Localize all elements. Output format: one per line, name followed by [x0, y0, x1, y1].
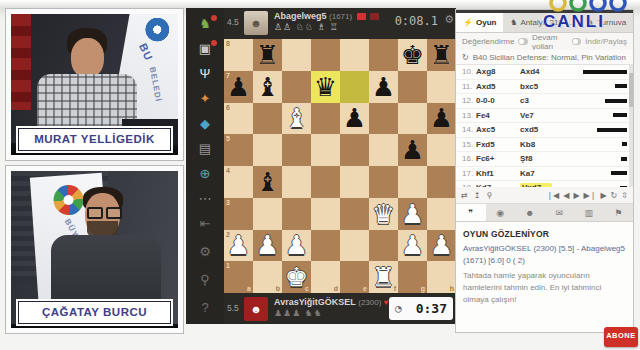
- messages-tab[interactable]: ✉: [545, 204, 575, 221]
- square-g6[interactable]: [398, 103, 427, 135]
- chess-app: ♞▣Ψ✦◆▤⊕⋯⇤⚙⚲? 4.5 ☻ Abagelweg5 (1671) ♙♙ …: [186, 8, 456, 324]
- rank-label: 3: [226, 199, 230, 206]
- rank-label: 2: [226, 231, 230, 238]
- knight-icon: ♞: [510, 18, 517, 27]
- square-a5[interactable]: 5: [224, 134, 253, 166]
- autoplay-icon[interactable]: ▶: [600, 191, 606, 200]
- tab-oyun[interactable]: ⚡Oyun: [456, 13, 503, 32]
- share-icon[interactable]: ↥: [474, 191, 481, 200]
- move-number: 15.: [462, 140, 476, 149]
- turkish-flag: [11, 14, 31, 110]
- square-h7[interactable]: [427, 71, 456, 103]
- move-list: 10.Axg8Axd411.Axd5bxc512.0-0-0c313.Fe4Ve…: [456, 65, 633, 187]
- move-number: 13.: [462, 111, 476, 120]
- nameplate-bottom: ÇAĞATAY BURCU: [18, 301, 171, 324]
- black-q-piece: ♛: [314, 74, 337, 100]
- square-f8[interactable]: [369, 39, 398, 71]
- eval-bar-fill: [613, 113, 627, 117]
- tv-icon[interactable]: ▣: [195, 39, 215, 59]
- nameplate-top: MURAT YELLİGEDİK: [18, 128, 171, 151]
- square-h5[interactable]: [427, 134, 456, 166]
- prev-move-icon[interactable]: ◀: [563, 191, 569, 200]
- square-h6[interactable]: ♟: [427, 103, 456, 135]
- move-row: 11.Axd5bxc5: [456, 80, 633, 95]
- download-share-link[interactable]: İndir/Paylaş: [585, 37, 627, 46]
- nav-left-icons: ⇄↥⚲: [461, 191, 492, 200]
- black-p-piece: ♟: [401, 137, 424, 163]
- eval-bar: [579, 171, 627, 175]
- square-h2[interactable]: ♟: [427, 230, 456, 262]
- file-label: h: [450, 285, 454, 292]
- players-tab[interactable]: ☻: [515, 204, 545, 221]
- square-e5[interactable]: [340, 134, 369, 166]
- search-icon[interactable]: ⚲: [195, 270, 215, 290]
- black-move[interactable]: Ve7: [520, 111, 564, 120]
- square-f1[interactable]: f♜: [369, 261, 398, 293]
- file-label: a: [247, 285, 251, 292]
- game-panel: ⚡Oyun♞Antalya 21Nİ...♞Turnuva Değerlendi…: [456, 10, 633, 332]
- file-label: d: [334, 285, 338, 292]
- square-h1[interactable]: h: [427, 261, 456, 293]
- square-b7[interactable]: ♝: [253, 71, 282, 103]
- toggle-row: Değerlendirme Devam yolları İndir/Paylaş: [456, 33, 633, 50]
- black-move[interactable]: Axd4: [520, 67, 564, 76]
- chess-board[interactable]: 8♜♚♜7♟♝♛♟6♝♟♟5♟4♝3♛♟2♟♟♟♟♟1abc♚def♜gh: [224, 39, 456, 293]
- flag-text-fragment: BU: [137, 41, 155, 62]
- opening-name[interactable]: B40 Sicilian Defense: Normal, Pin Variat…: [473, 53, 626, 62]
- flip-board-icon[interactable]: ⇄: [461, 191, 468, 200]
- black-r-piece: ♜: [256, 42, 279, 68]
- square-e8[interactable]: [340, 39, 369, 71]
- rank-label: 7: [226, 72, 230, 79]
- black-p-piece: ♟: [372, 74, 395, 100]
- lightning-icon: ⚡: [463, 18, 473, 27]
- continuations-toggle-label: Devam yolları: [532, 33, 568, 51]
- black-p-piece: ♟: [430, 105, 453, 131]
- rank-label: 5: [226, 135, 230, 142]
- black-b-piece: ♝: [256, 74, 279, 100]
- continuations-toggle[interactable]: [572, 38, 582, 45]
- white-move[interactable]: Fe4: [476, 111, 520, 120]
- app-sidebar-rail: ♞▣Ψ✦◆▤⊕⋯⇤⚙⚲?: [186, 8, 224, 324]
- square-a3[interactable]: 3: [224, 198, 253, 230]
- square-d6[interactable]: [311, 103, 340, 135]
- opening-row: ↻ B40 Sicilian Defense: Normal, Pin Vari…: [456, 50, 633, 65]
- rank-label: 1: [226, 262, 230, 269]
- bottom-player-bar: 5.5 ☻ AvrasYiğitGÖKSEL (2300) ♥ ♟♟♟ ♞♞ ◔…: [224, 294, 456, 324]
- file-label: c: [305, 285, 309, 292]
- file-label: b: [276, 285, 280, 292]
- repeat-icon: ↻: [462, 53, 469, 62]
- notification-dot: [211, 40, 217, 46]
- rank-label: 4: [226, 167, 230, 174]
- first-move-icon[interactable]: ❘◀: [546, 191, 559, 200]
- square-c5[interactable]: [282, 134, 311, 166]
- move-number: 17.: [462, 169, 476, 178]
- observer-title: OYUN GÖZLENİYOR: [463, 228, 626, 241]
- black-move[interactable]: cxd5: [520, 125, 564, 134]
- square-g4[interactable]: [398, 166, 427, 198]
- live-badge: CANLI: [543, 12, 605, 32]
- observer-panel: OYUN GÖZLENİYOR AvrasYiğitGÖKSEL (2300) …: [456, 222, 633, 332]
- move-number: 18.: [462, 183, 476, 187]
- square-g7[interactable]: [398, 71, 427, 103]
- help-icon[interactable]: ?: [195, 298, 215, 318]
- square-d3[interactable]: [311, 198, 340, 230]
- move-row: 14.Axc5cxd5: [456, 123, 633, 138]
- white-b-piece: ♝: [285, 105, 308, 131]
- white-p-piece: ♟: [227, 232, 250, 258]
- presenter-face: [71, 38, 104, 78]
- square-g8[interactable]: ♚: [398, 39, 427, 71]
- rank-label: 6: [226, 104, 230, 111]
- square-e7[interactable]: [340, 71, 369, 103]
- square-b3[interactable]: [253, 198, 282, 230]
- title-badge: [357, 13, 366, 20]
- webcam-bottom: BÜYÜ BELEDİ ÇAĞATAY BURCU: [6, 166, 183, 333]
- square-e2[interactable]: [340, 230, 369, 262]
- eval-bar: [579, 70, 627, 74]
- square-f4[interactable]: [369, 166, 398, 198]
- clock-icon: ◔: [395, 302, 402, 315]
- observer-hint: Tahtada hamle yaparak oyuncuların hamlel…: [463, 270, 626, 306]
- square-a1[interactable]: 1a: [224, 261, 253, 293]
- square-d8[interactable]: [311, 39, 340, 71]
- bottom-player-info: AvrasYiğitGÖKSEL (2300) ♥ ♟♟♟ ♞♞: [274, 297, 402, 318]
- square-c4[interactable]: [282, 166, 311, 198]
- file-label: g: [421, 285, 425, 292]
- loop-icon[interactable]: ↻: [611, 191, 618, 200]
- evaluation-toggle[interactable]: [518, 38, 528, 45]
- square-f7[interactable]: ♟: [369, 71, 398, 103]
- learn-icon[interactable]: ◆: [195, 114, 215, 134]
- top-player-clock: 0:08.1: [395, 14, 438, 28]
- square-c3[interactable]: [282, 198, 311, 230]
- white-move[interactable]: Fc6+: [476, 154, 520, 163]
- bottom-player-score: 5.5: [227, 303, 239, 313]
- standings-tab[interactable]: ▥: [574, 204, 604, 221]
- black-b-piece: ♝: [256, 169, 279, 195]
- square-b4[interactable]: ♝: [253, 166, 282, 198]
- expand-icon[interactable]: ⇳: [621, 191, 628, 200]
- evaluation-toggle-label: Değerlendirme: [462, 37, 514, 46]
- eval-bar-fill: [621, 157, 627, 161]
- social-icon[interactable]: ⊕: [195, 164, 215, 184]
- square-b2[interactable]: ♟: [253, 230, 282, 262]
- black-k-piece: ♚: [401, 42, 424, 68]
- eval-bar: [579, 113, 627, 117]
- flag-text-fragment: BELEDİ: [148, 66, 163, 102]
- eval-bar: [579, 157, 627, 161]
- white-move[interactable]: Kd7: [476, 183, 520, 187]
- white-p-piece: ♟: [401, 232, 424, 258]
- white-move[interactable]: Axd5: [476, 82, 520, 91]
- more-icon[interactable]: ⋯: [195, 189, 215, 209]
- eval-bar-fill: [605, 99, 627, 103]
- chat-tab-strip: ❞◉☻✉▥⚑: [456, 204, 633, 222]
- square-d2[interactable]: [311, 230, 340, 262]
- white-q-piece: ♛: [372, 201, 395, 227]
- move-row: 15.Fxd5Kb8: [456, 138, 633, 153]
- square-d4[interactable]: [311, 166, 340, 198]
- eval-bar: [579, 186, 627, 187]
- move-row: 17.Khf1Ka7: [456, 167, 633, 182]
- top-player-name[interactable]: Abagelweg5 (1671): [274, 11, 379, 21]
- settings-gear-icon[interactable]: ⚙: [195, 242, 215, 262]
- top-player-info: Abagelweg5 (1671) ♙♙ ♘♘ ♗ ♖: [274, 11, 379, 32]
- move-number: 12.: [462, 96, 476, 105]
- square-g2[interactable]: ♟: [398, 230, 427, 262]
- square-c6[interactable]: ♝: [282, 103, 311, 135]
- move-number: 14.: [462, 125, 476, 134]
- black-move[interactable]: c3: [520, 96, 564, 105]
- municipality-logo: [143, 16, 171, 44]
- square-g3[interactable]: ♟: [398, 198, 427, 230]
- analysis-search-icon[interactable]: ⚲: [486, 191, 492, 200]
- white-move[interactable]: Khf1: [476, 169, 520, 178]
- spectate-tab[interactable]: ◉: [486, 204, 516, 221]
- file-label: e: [363, 285, 367, 292]
- square-f2[interactable]: [369, 230, 398, 262]
- square-h3[interactable]: [427, 198, 456, 230]
- top-player-bar: 4.5 ☻ Abagelweg5 (1671) ♙♙ ♘♘ ♗ ♖ 0:08.1…: [224, 8, 456, 38]
- events-trophy-icon[interactable]: Ψ: [195, 64, 215, 84]
- square-c2[interactable]: ♟: [282, 230, 311, 262]
- square-c7[interactable]: [282, 71, 311, 103]
- square-b6[interactable]: [253, 103, 282, 135]
- square-a4[interactable]: 4: [224, 166, 253, 198]
- eval-bar-fill: [583, 70, 627, 74]
- black-p-piece: ♟: [227, 74, 250, 100]
- square-e1[interactable]: e: [340, 261, 369, 293]
- move-row: 12.0-0-0c3: [456, 94, 633, 109]
- square-b8[interactable]: ♜: [253, 39, 282, 71]
- white-r-piece: ♜: [372, 264, 395, 290]
- white-p-piece: ♟: [285, 232, 308, 258]
- move-row: 16.Fc6+Şf8: [456, 152, 633, 167]
- bottom-player-name[interactable]: AvrasYiğitGÖKSEL (2300) ♥: [274, 297, 402, 307]
- bottom-player-avatar[interactable]: ☻: [244, 297, 268, 321]
- presenter-shirt: [51, 235, 161, 305]
- last-move-icon[interactable]: ▶❘: [584, 191, 597, 200]
- broadcast-frame: BU BELEDİ MURAT YELLİGEDİK BÜYÜ BELEDİ: [0, 0, 640, 350]
- square-g1[interactable]: g: [398, 261, 427, 293]
- white-move[interactable]: Axc5: [476, 125, 520, 134]
- flag-badge: [370, 13, 379, 20]
- play-icon[interactable]: ♞: [195, 14, 215, 34]
- bottom-player-clock: ◔ 0:37: [389, 297, 453, 320]
- chat-tab[interactable]: ❞: [456, 204, 486, 221]
- file-label: f: [394, 285, 396, 292]
- observer-matchup[interactable]: AvrasYiğitGÖKSEL (2300) [5.5] - Abagelwe…: [463, 243, 626, 267]
- square-a2[interactable]: 2♟: [224, 230, 253, 262]
- versus-icon[interactable]: ✦: [195, 89, 215, 109]
- eval-bar: [579, 99, 627, 103]
- white-move[interactable]: 0-0-0: [476, 96, 520, 105]
- white-p-piece: ♟: [430, 232, 453, 258]
- eval-bar: [579, 84, 627, 88]
- eval-bar-fill: [622, 142, 627, 146]
- white-move[interactable]: Axg8: [476, 67, 520, 76]
- white-p-piece: ♟: [401, 201, 424, 227]
- eval-bar: [579, 142, 627, 146]
- square-a6[interactable]: 6: [224, 103, 253, 135]
- black-move[interactable]: bxc5: [520, 82, 564, 91]
- info-tab[interactable]: ⚑: [604, 204, 634, 221]
- top-player-captured-pieces: ♙♙ ♘♘ ♗ ♖: [274, 22, 379, 32]
- board-area: 4.5 ☻ Abagelweg5 (1671) ♙♙ ♘♘ ♗ ♖ 0:08.1…: [224, 8, 456, 324]
- tab-label: Oyun: [476, 18, 496, 27]
- move-row: 10.Axg8Axd4: [456, 65, 633, 80]
- eval-bar-fill: [611, 171, 627, 175]
- move-number: 11.: [462, 82, 476, 91]
- square-d1[interactable]: d: [311, 261, 340, 293]
- square-h8[interactable]: ♜: [427, 39, 456, 71]
- collapse-icon[interactable]: ⇤: [195, 214, 215, 234]
- black-move[interactable]: Kb8: [520, 140, 564, 149]
- top-player-avatar[interactable]: ☻: [244, 11, 268, 35]
- move-list-scrollbar[interactable]: [629, 65, 633, 187]
- square-f6[interactable]: [369, 103, 398, 135]
- eval-bar-fill: [615, 84, 627, 88]
- eval-bar-fill: [620, 186, 627, 187]
- square-e3[interactable]: [340, 198, 369, 230]
- square-h4[interactable]: [427, 166, 456, 198]
- square-e6[interactable]: ♟: [340, 103, 369, 135]
- move-number: 10.: [462, 67, 476, 76]
- square-f3[interactable]: ♛: [369, 198, 398, 230]
- bottom-player-captured-pieces: ♟♟♟ ♞♞: [274, 308, 402, 318]
- square-c1[interactable]: c♚: [282, 261, 311, 293]
- webcam-top: BU BELEDİ MURAT YELLİGEDİK: [6, 9, 183, 160]
- eval-bar: [579, 128, 627, 132]
- black-move[interactable]: Şf8: [520, 154, 564, 163]
- square-a7[interactable]: 7♟: [224, 71, 253, 103]
- desk: [11, 324, 178, 328]
- white-p-piece: ♟: [256, 232, 279, 258]
- black-r-piece: ♜: [430, 42, 453, 68]
- eval-bar-fill: [597, 128, 627, 132]
- square-d5[interactable]: [311, 134, 340, 166]
- top-player-score: 4.5: [227, 17, 239, 27]
- square-a8[interactable]: 8: [224, 39, 253, 71]
- board-settings-gear-icon[interactable]: ⚙: [444, 13, 454, 26]
- square-e4[interactable]: [340, 166, 369, 198]
- notification-dot: [211, 15, 217, 21]
- square-f5[interactable]: [369, 134, 398, 166]
- square-c8[interactable]: [282, 39, 311, 71]
- heart-icon[interactable]: ♥: [384, 298, 389, 307]
- subscribe-badge[interactable]: ABONE: [604, 327, 638, 347]
- white-move[interactable]: Fxd5: [476, 140, 520, 149]
- square-b1[interactable]: b: [253, 261, 282, 293]
- move-nav-toolbar: ⇄↥⚲ ❘◀◀▶▶❘▶↻⇳: [456, 187, 633, 204]
- news-icon[interactable]: ▤: [195, 139, 215, 159]
- next-move-icon[interactable]: ▶: [573, 191, 579, 200]
- square-g5[interactable]: ♟: [398, 134, 427, 166]
- bottom-player-rating: (2300): [358, 298, 381, 307]
- move-number: 16.: [462, 154, 476, 163]
- black-p-piece: ♟: [343, 105, 366, 131]
- nav-right-icons: ❘◀◀▶▶❘▶↻⇳: [546, 191, 628, 200]
- square-d7[interactable]: ♛: [311, 71, 340, 103]
- square-b5[interactable]: [253, 134, 282, 166]
- presenter-glasses: [87, 207, 122, 219]
- municipality-logo: [52, 184, 84, 216]
- move-row: 13.Fe4Ve7: [456, 109, 633, 124]
- black-move[interactable]: Vxd7: [520, 183, 552, 187]
- move-row: 18.Kd7Vxd7: [456, 181, 633, 187]
- top-player-rating: (1671): [329, 12, 352, 21]
- black-move[interactable]: Ka7: [520, 169, 564, 178]
- rank-label: 8: [226, 40, 230, 47]
